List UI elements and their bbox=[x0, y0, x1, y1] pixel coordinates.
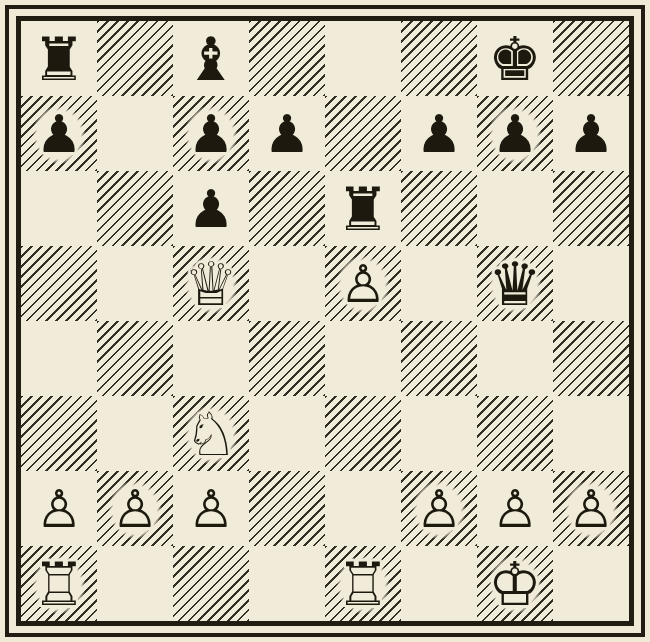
square-g1[interactable]: ♔ bbox=[477, 546, 553, 621]
square-e1[interactable]: ♖ bbox=[325, 546, 401, 621]
square-h5[interactable] bbox=[553, 246, 629, 321]
square-f4[interactable] bbox=[401, 321, 477, 396]
black-pawn: ♟ bbox=[556, 99, 626, 168]
square-g7[interactable]: ♟ bbox=[477, 96, 553, 171]
square-f1[interactable] bbox=[401, 546, 477, 621]
square-b8[interactable] bbox=[97, 21, 173, 96]
square-f6[interactable] bbox=[401, 171, 477, 246]
white-pawn: ♙ bbox=[328, 249, 398, 318]
black-pawn: ♟ bbox=[404, 99, 474, 168]
square-f7[interactable]: ♟ bbox=[401, 96, 477, 171]
black-pawn: ♟ bbox=[176, 99, 246, 168]
black-pawn: ♟ bbox=[24, 99, 94, 168]
square-c2[interactable]: ♙ bbox=[173, 471, 249, 546]
square-f2[interactable]: ♙ bbox=[401, 471, 477, 546]
square-a7[interactable]: ♟ bbox=[21, 96, 97, 171]
square-f5[interactable] bbox=[401, 246, 477, 321]
square-e7[interactable] bbox=[325, 96, 401, 171]
square-h6[interactable] bbox=[553, 171, 629, 246]
black-pawn: ♟ bbox=[252, 99, 322, 168]
square-h7[interactable]: ♟ bbox=[553, 96, 629, 171]
square-g4[interactable] bbox=[477, 321, 553, 396]
square-b5[interactable] bbox=[97, 246, 173, 321]
white-rook: ♖ bbox=[328, 549, 398, 618]
black-rook: ♜ bbox=[328, 174, 398, 243]
white-rook: ♖ bbox=[24, 549, 94, 618]
square-f8[interactable] bbox=[401, 21, 477, 96]
black-queen: ♛ bbox=[480, 249, 550, 318]
square-c4[interactable] bbox=[173, 321, 249, 396]
square-f3[interactable] bbox=[401, 396, 477, 471]
square-c7[interactable]: ♟ bbox=[173, 96, 249, 171]
square-h2[interactable]: ♙ bbox=[553, 471, 629, 546]
black-king: ♚ bbox=[480, 24, 550, 93]
square-d4[interactable] bbox=[249, 321, 325, 396]
square-d5[interactable] bbox=[249, 246, 325, 321]
black-pawn: ♟ bbox=[480, 99, 550, 168]
square-h4[interactable] bbox=[553, 321, 629, 396]
square-b1[interactable] bbox=[97, 546, 173, 621]
square-d3[interactable] bbox=[249, 396, 325, 471]
square-e6[interactable]: ♜ bbox=[325, 171, 401, 246]
square-e2[interactable] bbox=[325, 471, 401, 546]
square-g5[interactable]: ♛ bbox=[477, 246, 553, 321]
square-d2[interactable] bbox=[249, 471, 325, 546]
square-b2[interactable]: ♙ bbox=[97, 471, 173, 546]
square-g6[interactable] bbox=[477, 171, 553, 246]
square-d7[interactable]: ♟ bbox=[249, 96, 325, 171]
white-queen: ♕ bbox=[176, 249, 246, 318]
white-knight: ♘ bbox=[176, 399, 246, 468]
square-b6[interactable] bbox=[97, 171, 173, 246]
white-pawn: ♙ bbox=[556, 474, 626, 543]
square-a8[interactable]: ♜ bbox=[21, 21, 97, 96]
white-pawn: ♙ bbox=[100, 474, 170, 543]
square-a5[interactable] bbox=[21, 246, 97, 321]
square-e4[interactable] bbox=[325, 321, 401, 396]
square-d6[interactable] bbox=[249, 171, 325, 246]
black-rook: ♜ bbox=[24, 24, 94, 93]
white-pawn: ♙ bbox=[480, 474, 550, 543]
square-h3[interactable] bbox=[553, 396, 629, 471]
square-b3[interactable] bbox=[97, 396, 173, 471]
square-d8[interactable] bbox=[249, 21, 325, 96]
white-king: ♔ bbox=[480, 549, 550, 618]
square-c1[interactable] bbox=[173, 546, 249, 621]
square-a2[interactable]: ♙ bbox=[21, 471, 97, 546]
square-e5[interactable]: ♙ bbox=[325, 246, 401, 321]
black-pawn: ♟ bbox=[176, 174, 246, 243]
square-a6[interactable] bbox=[21, 171, 97, 246]
square-g2[interactable]: ♙ bbox=[477, 471, 553, 546]
square-b4[interactable] bbox=[97, 321, 173, 396]
square-h1[interactable] bbox=[553, 546, 629, 621]
square-a4[interactable] bbox=[21, 321, 97, 396]
square-c5[interactable]: ♕ bbox=[173, 246, 249, 321]
square-h8[interactable] bbox=[553, 21, 629, 96]
chess-board: ♜♝♚♟♟♟♟♟♟♟♜♕♙♛♘♙♙♙♙♙♙♖♖♔ bbox=[21, 21, 629, 621]
square-g8[interactable]: ♚ bbox=[477, 21, 553, 96]
square-c8[interactable]: ♝ bbox=[173, 21, 249, 96]
book-page: ♜♝♚♟♟♟♟♟♟♟♜♕♙♛♘♙♙♙♙♙♙♖♖♔ bbox=[0, 0, 650, 642]
diagram-inner-frame: ♜♝♚♟♟♟♟♟♟♟♜♕♙♛♘♙♙♙♙♙♙♖♖♔ bbox=[16, 16, 634, 626]
square-e8[interactable] bbox=[325, 21, 401, 96]
white-pawn: ♙ bbox=[24, 474, 94, 543]
square-b7[interactable] bbox=[97, 96, 173, 171]
white-pawn: ♙ bbox=[404, 474, 474, 543]
diagram-outer-frame: ♜♝♚♟♟♟♟♟♟♟♜♕♙♛♘♙♙♙♙♙♙♖♖♔ bbox=[5, 5, 645, 637]
square-e3[interactable] bbox=[325, 396, 401, 471]
square-c3[interactable]: ♘ bbox=[173, 396, 249, 471]
black-bishop: ♝ bbox=[176, 24, 246, 93]
square-c6[interactable]: ♟ bbox=[173, 171, 249, 246]
square-a3[interactable] bbox=[21, 396, 97, 471]
square-d1[interactable] bbox=[249, 546, 325, 621]
square-a1[interactable]: ♖ bbox=[21, 546, 97, 621]
square-g3[interactable] bbox=[477, 396, 553, 471]
white-pawn: ♙ bbox=[176, 474, 246, 543]
